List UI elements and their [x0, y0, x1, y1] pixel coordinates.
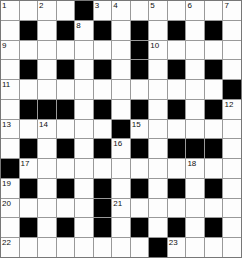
white-cell-r8c12[interactable]: [223, 159, 241, 178]
black-cell-r5c11: [205, 100, 223, 119]
black-cell-r7c1: [20, 139, 38, 158]
black-cell-r7c5: [94, 139, 112, 158]
white-cell-r9c8[interactable]: [149, 179, 167, 198]
white-cell-r4c5[interactable]: [94, 80, 112, 99]
white-cell-r10c2[interactable]: [38, 199, 56, 218]
clue-number: 2: [39, 1, 43, 10]
white-cell-r2c5[interactable]: [94, 41, 112, 60]
black-cell-r7c7: [131, 139, 149, 158]
white-cell-r10c7[interactable]: [131, 199, 149, 218]
white-cell-r4c7[interactable]: [131, 80, 149, 99]
clue-number: 21: [113, 199, 122, 208]
white-cell-r6c8[interactable]: [149, 120, 167, 139]
clue-number: 12: [224, 100, 233, 109]
white-cell-r2c1[interactable]: [20, 41, 38, 60]
white-cell-r10c3[interactable]: [57, 199, 75, 218]
white-cell-r0c1[interactable]: [20, 1, 38, 20]
white-cell-r12c3[interactable]: [57, 238, 75, 257]
white-cell-r8c1[interactable]: 17: [20, 159, 38, 178]
white-cell-r4c2[interactable]: [38, 80, 56, 99]
white-cell-r2c8[interactable]: 10: [149, 41, 167, 60]
white-cell-r2c11[interactable]: [205, 41, 223, 60]
black-cell-r5c3: [57, 100, 75, 119]
clue-number: 22: [2, 238, 11, 247]
white-cell-r12c4[interactable]: [75, 238, 93, 257]
clue-number: 18: [187, 159, 196, 168]
white-cell-r4c8[interactable]: [149, 80, 167, 99]
black-cell-r11c5: [94, 218, 112, 237]
white-cell-r12c11[interactable]: [205, 238, 223, 257]
black-cell-r0c4: [75, 1, 93, 20]
white-cell-r0c12[interactable]: 7: [223, 1, 241, 20]
black-cell-r2c7: [131, 41, 149, 60]
white-cell-r5c4[interactable]: [75, 100, 93, 119]
white-cell-r4c11[interactable]: [205, 80, 223, 99]
white-cell-r5c0[interactable]: [1, 100, 19, 119]
clue-number: 1: [2, 1, 6, 10]
white-cell-r0c5[interactable]: 3: [94, 1, 112, 20]
white-cell-r3c2[interactable]: [38, 60, 56, 79]
white-cell-r12c1[interactable]: [20, 238, 38, 257]
white-cell-r0c10[interactable]: 6: [186, 1, 204, 20]
black-cell-r11c9: [168, 218, 186, 237]
black-cell-r7c11: [205, 139, 223, 158]
white-cell-r2c10[interactable]: [186, 41, 204, 60]
clue-number: 3: [95, 1, 99, 10]
white-cell-r2c9[interactable]: [168, 41, 186, 60]
black-cell-r9c7: [131, 179, 149, 198]
white-cell-r9c10[interactable]: [186, 179, 204, 198]
white-cell-r7c12[interactable]: [223, 139, 241, 158]
black-cell-r5c9: [168, 100, 186, 119]
black-cell-r7c10: [186, 139, 204, 158]
white-cell-r0c3[interactable]: [57, 1, 75, 20]
white-cell-r12c9[interactable]: 23: [168, 238, 186, 257]
white-cell-r12c2[interactable]: [38, 238, 56, 257]
white-cell-r4c6[interactable]: [112, 80, 130, 99]
white-cell-r6c10[interactable]: [186, 120, 204, 139]
white-cell-r10c6[interactable]: 21: [112, 199, 130, 218]
white-cell-r6c4[interactable]: [75, 120, 93, 139]
black-cell-r10c5: [94, 199, 112, 218]
white-cell-r9c6[interactable]: [112, 179, 130, 198]
white-cell-r1c8[interactable]: [149, 21, 167, 40]
white-cell-r8c9[interactable]: [168, 159, 186, 178]
black-cell-r5c2: [38, 100, 56, 119]
clue-number: 14: [39, 120, 48, 129]
white-cell-r0c2[interactable]: 2: [38, 1, 56, 20]
black-cell-r7c9: [168, 139, 186, 158]
black-cell-r3c3: [57, 60, 75, 79]
white-cell-r3c10[interactable]: [186, 60, 204, 79]
white-cell-r0c0[interactable]: 1: [1, 1, 19, 20]
black-cell-r3c1: [20, 60, 38, 79]
clue-number: 8: [76, 21, 80, 30]
black-cell-r5c7: [131, 100, 149, 119]
white-cell-r8c2[interactable]: [38, 159, 56, 178]
white-cell-r4c4[interactable]: [75, 80, 93, 99]
white-cell-r8c5[interactable]: [94, 159, 112, 178]
white-cell-r12c6[interactable]: [112, 238, 130, 257]
white-cell-r8c3[interactable]: [57, 159, 75, 178]
clue-number: 16: [113, 139, 122, 148]
black-cell-r9c9: [168, 179, 186, 198]
white-cell-r1c6[interactable]: [112, 21, 130, 40]
white-cell-r10c10[interactable]: [186, 199, 204, 218]
black-cell-r3c5: [94, 60, 112, 79]
white-cell-r5c10[interactable]: [186, 100, 204, 119]
white-cell-r9c0[interactable]: 19: [1, 179, 19, 198]
white-cell-r8c11[interactable]: [205, 159, 223, 178]
clue-number: 4: [113, 1, 117, 10]
black-cell-r11c7: [131, 218, 149, 237]
white-cell-r0c9[interactable]: [168, 1, 186, 20]
clue-number: 20: [2, 199, 11, 208]
white-cell-r5c8[interactable]: [149, 100, 167, 119]
black-cell-r11c11: [205, 218, 223, 237]
black-cell-r9c11: [205, 179, 223, 198]
white-cell-r12c10[interactable]: [186, 238, 204, 257]
black-cell-r8c0: [1, 159, 19, 178]
black-cell-r5c5: [94, 100, 112, 119]
white-cell-r10c0[interactable]: 20: [1, 199, 19, 218]
white-cell-r6c12[interactable]: [223, 120, 241, 139]
white-cell-r1c4[interactable]: 8: [75, 21, 93, 40]
white-cell-r6c2[interactable]: 14: [38, 120, 56, 139]
white-cell-r7c0[interactable]: [1, 139, 19, 158]
white-cell-r11c6[interactable]: [112, 218, 130, 237]
white-cell-r8c6[interactable]: [112, 159, 130, 178]
black-cell-r9c1: [20, 179, 38, 198]
white-cell-r0c6[interactable]: 4: [112, 1, 130, 20]
white-cell-r12c7[interactable]: [131, 238, 149, 257]
black-cell-r3c7: [131, 60, 149, 79]
black-cell-r1c5: [94, 21, 112, 40]
white-cell-r9c4[interactable]: [75, 179, 93, 198]
white-cell-r6c11[interactable]: [205, 120, 223, 139]
white-cell-r12c12[interactable]: [223, 238, 241, 257]
clue-number: 9: [2, 41, 6, 50]
white-cell-r6c7[interactable]: 15: [131, 120, 149, 139]
black-cell-r9c5: [94, 179, 112, 198]
black-cell-r9c3: [57, 179, 75, 198]
white-cell-r8c8[interactable]: [149, 159, 167, 178]
white-cell-r2c6[interactable]: [112, 41, 130, 60]
clue-number: 23: [169, 238, 178, 247]
white-cell-r0c8[interactable]: 5: [149, 1, 167, 20]
white-cell-r6c9[interactable]: [168, 120, 186, 139]
black-cell-r1c11: [205, 21, 223, 40]
white-cell-r9c2[interactable]: [38, 179, 56, 198]
white-cell-r2c3[interactable]: [57, 41, 75, 60]
clue-number: 11: [2, 80, 10, 89]
clue-number: 15: [132, 120, 141, 129]
clue-number: 5: [150, 1, 154, 10]
black-cell-r1c7: [131, 21, 149, 40]
clue-number: 6: [187, 1, 191, 10]
white-cell-r4c9[interactable]: [168, 80, 186, 99]
white-cell-r3c4[interactable]: [75, 60, 93, 79]
white-cell-r11c12[interactable]: [223, 218, 241, 237]
black-cell-r12c8: [149, 238, 167, 257]
white-cell-r4c1[interactable]: [20, 80, 38, 99]
white-cell-r3c6[interactable]: [112, 60, 130, 79]
white-cell-r4c10[interactable]: [186, 80, 204, 99]
clue-number: 7: [224, 1, 228, 10]
black-cell-r11c3: [57, 218, 75, 237]
white-cell-r1c10[interactable]: [186, 21, 204, 40]
white-cell-r5c6[interactable]: [112, 100, 130, 119]
white-cell-r8c7[interactable]: [131, 159, 149, 178]
white-cell-r1c2[interactable]: [38, 21, 56, 40]
black-cell-r1c9: [168, 21, 186, 40]
white-cell-r10c12[interactable]: [223, 199, 241, 218]
white-cell-r10c9[interactable]: [168, 199, 186, 218]
crossword-board: 1234567891011121314151617181920212223: [0, 0, 242, 258]
white-cell-r4c3[interactable]: [57, 80, 75, 99]
white-cell-r12c0[interactable]: 22: [1, 238, 19, 257]
white-cell-r8c10[interactable]: 18: [186, 159, 204, 178]
white-cell-r3c0[interactable]: [1, 60, 19, 79]
white-cell-r1c12[interactable]: [223, 21, 241, 40]
white-cell-r2c4[interactable]: [75, 41, 93, 60]
black-cell-r4c12: [223, 80, 241, 99]
black-cell-r3c11: [205, 60, 223, 79]
white-cell-r3c8[interactable]: [149, 60, 167, 79]
white-cell-r5c12[interactable]: 12: [223, 100, 241, 119]
black-cell-r7c3: [57, 139, 75, 158]
white-cell-r7c6[interactable]: 16: [112, 139, 130, 158]
white-cell-r7c2[interactable]: [38, 139, 56, 158]
crossword-grid: 1234567891011121314151617181920212223: [0, 0, 242, 258]
white-cell-r10c1[interactable]: [20, 199, 38, 218]
white-cell-r11c10[interactable]: [186, 218, 204, 237]
white-cell-r6c0[interactable]: 13: [1, 120, 19, 139]
white-cell-r6c1[interactable]: [20, 120, 38, 139]
white-cell-r1c0[interactable]: [1, 21, 19, 40]
black-cell-r1c1: [20, 21, 38, 40]
black-cell-r3c9: [168, 60, 186, 79]
white-cell-r2c0[interactable]: 9: [1, 41, 19, 60]
white-cell-r0c7[interactable]: [131, 1, 149, 20]
black-cell-r1c3: [57, 21, 75, 40]
white-cell-r11c2[interactable]: [38, 218, 56, 237]
clue-number: 13: [2, 120, 11, 129]
clue-number: 19: [2, 179, 11, 188]
black-cell-r11c1: [20, 218, 38, 237]
clue-number: 17: [21, 159, 30, 168]
white-cell-r11c4[interactable]: [75, 218, 93, 237]
white-cell-r3c12[interactable]: [223, 60, 241, 79]
white-cell-r7c8[interactable]: [149, 139, 167, 158]
white-cell-r12c5[interactable]: [94, 238, 112, 257]
white-cell-r8c4[interactable]: [75, 159, 93, 178]
white-cell-r7c4[interactable]: [75, 139, 93, 158]
white-cell-r2c2[interactable]: [38, 41, 56, 60]
white-cell-r0c11[interactable]: [205, 1, 223, 20]
white-cell-r4c0[interactable]: 11: [1, 80, 19, 99]
white-cell-r6c5[interactable]: [94, 120, 112, 139]
white-cell-r10c4[interactable]: [75, 199, 93, 218]
black-cell-r6c6: [112, 120, 130, 139]
white-cell-r9c12[interactable]: [223, 179, 241, 198]
white-cell-r11c8[interactable]: [149, 218, 167, 237]
white-cell-r10c8[interactable]: [149, 199, 167, 218]
white-cell-r6c3[interactable]: [57, 120, 75, 139]
clue-number: 10: [150, 41, 159, 50]
white-cell-r11c0[interactable]: [1, 218, 19, 237]
white-cell-r2c12[interactable]: [223, 41, 241, 60]
white-cell-r10c11[interactable]: [205, 199, 223, 218]
black-cell-r5c1: [20, 100, 38, 119]
